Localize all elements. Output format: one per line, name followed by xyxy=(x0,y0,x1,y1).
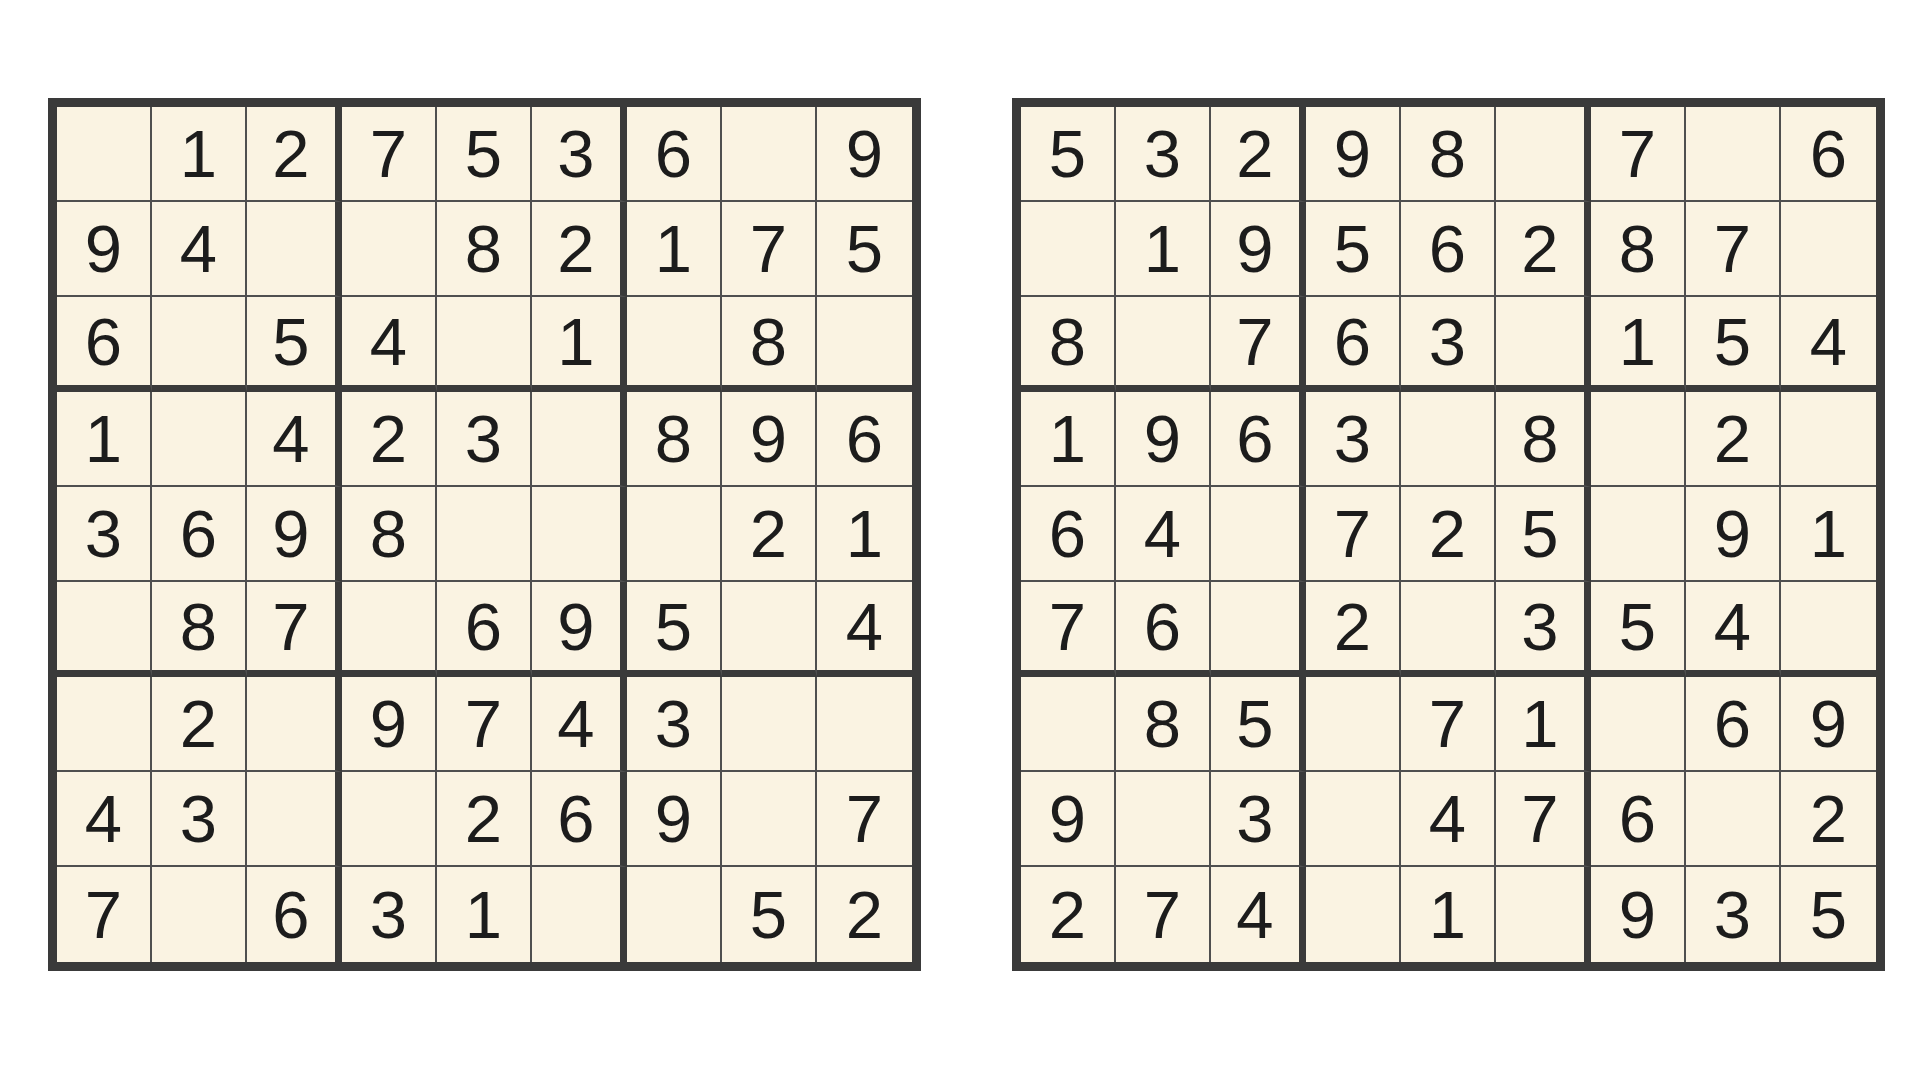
left-sudoku-cell-r5c6[interactable] xyxy=(532,487,627,582)
left-sudoku-cell-r3c6: 1 xyxy=(532,297,627,392)
right-sudoku-cell-r8c1: 9 xyxy=(1021,772,1116,867)
left-sudoku-cell-r9c7[interactable] xyxy=(627,867,722,962)
right-sudoku-cell-r7c2: 8 xyxy=(1116,677,1211,772)
right-sudoku-cell-r9c9: 5 xyxy=(1781,867,1876,962)
left-sudoku-cell-r8c9: 7 xyxy=(817,772,912,867)
right-sudoku-cell-r3c3: 7 xyxy=(1211,297,1306,392)
right-sudoku-cell-r6c7: 5 xyxy=(1591,582,1686,677)
right-sudoku-cell-r4c5[interactable] xyxy=(1401,392,1496,487)
left-sudoku-cell-r3c4: 4 xyxy=(342,297,437,392)
right-sudoku-cell-r7c7[interactable] xyxy=(1591,677,1686,772)
left-sudoku-cell-r6c3: 7 xyxy=(247,582,342,677)
left-sudoku-cell-r4c6[interactable] xyxy=(532,392,627,487)
right-sudoku-cell-r8c2[interactable] xyxy=(1116,772,1211,867)
right-sudoku-cell-r3c8: 5 xyxy=(1686,297,1781,392)
left-sudoku-cell-r6c4[interactable] xyxy=(342,582,437,677)
left-sudoku-cell-r6c6: 9 xyxy=(532,582,627,677)
right-sudoku-cell-r1c9: 6 xyxy=(1781,107,1876,202)
left-sudoku-cell-r2c1: 9 xyxy=(57,202,152,297)
left-sudoku-cell-r5c5[interactable] xyxy=(437,487,532,582)
left-sudoku-cell-r4c3: 4 xyxy=(247,392,342,487)
left-sudoku-cell-r7c9[interactable] xyxy=(817,677,912,772)
left-sudoku-cell-r3c8: 8 xyxy=(722,297,817,392)
right-sudoku-cell-r2c7: 8 xyxy=(1591,202,1686,297)
right-sudoku-cell-r2c2: 1 xyxy=(1116,202,1211,297)
left-sudoku-cell-r2c3[interactable] xyxy=(247,202,342,297)
right-sudoku-cell-r1c3: 2 xyxy=(1211,107,1306,202)
right-sudoku-cell-r2c3: 9 xyxy=(1211,202,1306,297)
left-sudoku-cell-r1c3: 2 xyxy=(247,107,342,202)
left-sudoku-cell-r1c5: 5 xyxy=(437,107,532,202)
left-sudoku-cell-r9c3: 6 xyxy=(247,867,342,962)
left-sudoku-cell-r2c7: 1 xyxy=(627,202,722,297)
right-sudoku-cell-r7c5: 7 xyxy=(1401,677,1496,772)
right-sudoku-cell-r5c1: 6 xyxy=(1021,487,1116,582)
left-sudoku-cell-r7c7: 3 xyxy=(627,677,722,772)
left-sudoku-cell-r5c2: 6 xyxy=(152,487,247,582)
sudoku-board-right: 5329876195628787631541963826472591762354… xyxy=(1012,98,1885,971)
right-sudoku-cell-r4c2: 9 xyxy=(1116,392,1211,487)
left-sudoku-cell-r2c8: 7 xyxy=(722,202,817,297)
left-sudoku-cell-r9c8: 5 xyxy=(722,867,817,962)
right-sudoku-cell-r9c4[interactable] xyxy=(1306,867,1401,962)
left-sudoku-cell-r5c9: 1 xyxy=(817,487,912,582)
right-sudoku-cell-r1c2: 3 xyxy=(1116,107,1211,202)
right-sudoku-cell-r9c2: 7 xyxy=(1116,867,1211,962)
left-sudoku-cell-r5c1: 3 xyxy=(57,487,152,582)
right-sudoku-cell-r5c8: 9 xyxy=(1686,487,1781,582)
left-sudoku-cell-r3c3: 5 xyxy=(247,297,342,392)
left-sudoku-cell-r3c9[interactable] xyxy=(817,297,912,392)
right-sudoku-cell-r6c2: 6 xyxy=(1116,582,1211,677)
right-sudoku-cell-r9c1: 2 xyxy=(1021,867,1116,962)
right-sudoku-cell-r3c7: 1 xyxy=(1591,297,1686,392)
right-sudoku-cell-r9c5: 1 xyxy=(1401,867,1496,962)
left-sudoku-cell-r1c7: 6 xyxy=(627,107,722,202)
right-sudoku-cell-r7c3: 5 xyxy=(1211,677,1306,772)
right-sudoku-cell-r8c8[interactable] xyxy=(1686,772,1781,867)
left-sudoku-cell-r9c5: 1 xyxy=(437,867,532,962)
left-sudoku-cell-r8c7: 9 xyxy=(627,772,722,867)
right-sudoku-cell-r7c1[interactable] xyxy=(1021,677,1116,772)
left-sudoku-cell-r7c2: 2 xyxy=(152,677,247,772)
sudoku-board-left: 1275369948217565418142389636982187695429… xyxy=(48,98,921,971)
left-sudoku-cell-r6c2: 8 xyxy=(152,582,247,677)
left-sudoku-cell-r6c5: 6 xyxy=(437,582,532,677)
right-sudoku-cell-r4c9[interactable] xyxy=(1781,392,1876,487)
right-sudoku-cell-r6c4: 2 xyxy=(1306,582,1401,677)
left-sudoku-cell-r5c8: 2 xyxy=(722,487,817,582)
right-sudoku-cell-r7c8: 6 xyxy=(1686,677,1781,772)
right-sudoku-cell-r8c6: 7 xyxy=(1496,772,1591,867)
right-sudoku-cell-r2c1[interactable] xyxy=(1021,202,1116,297)
right-sudoku-cell-r6c1: 7 xyxy=(1021,582,1116,677)
left-sudoku-cell-r9c9: 2 xyxy=(817,867,912,962)
right-sudoku-cell-r1c8[interactable] xyxy=(1686,107,1781,202)
right-sudoku-cell-r4c3: 6 xyxy=(1211,392,1306,487)
right-sudoku-cell-r5c9: 1 xyxy=(1781,487,1876,582)
left-sudoku-cell-r3c7[interactable] xyxy=(627,297,722,392)
left-sudoku-cell-r2c4[interactable] xyxy=(342,202,437,297)
left-sudoku-cell-r2c9: 5 xyxy=(817,202,912,297)
left-sudoku-cell-r1c1[interactable] xyxy=(57,107,152,202)
right-sudoku-cell-r4c8: 2 xyxy=(1686,392,1781,487)
left-sudoku-cell-r9c2[interactable] xyxy=(152,867,247,962)
left-sudoku-cell-r6c7: 5 xyxy=(627,582,722,677)
left-sudoku-cell-r1c8[interactable] xyxy=(722,107,817,202)
right-sudoku-cell-r9c3: 4 xyxy=(1211,867,1306,962)
right-sudoku-cell-r2c5: 6 xyxy=(1401,202,1496,297)
left-sudoku-cell-r1c4: 7 xyxy=(342,107,437,202)
right-sudoku-cell-r7c4[interactable] xyxy=(1306,677,1401,772)
right-sudoku-cell-r8c5: 4 xyxy=(1401,772,1496,867)
left-sudoku-cell-r9c6[interactable] xyxy=(532,867,627,962)
left-sudoku-cell-r5c3: 9 xyxy=(247,487,342,582)
left-sudoku-cell-r4c2[interactable] xyxy=(152,392,247,487)
left-sudoku-cell-r7c5: 7 xyxy=(437,677,532,772)
right-sudoku-cell-r1c7: 7 xyxy=(1591,107,1686,202)
left-sudoku-cell-r9c4: 3 xyxy=(342,867,437,962)
right-sudoku-cell-r8c4[interactable] xyxy=(1306,772,1401,867)
right-sudoku-cell-r6c9[interactable] xyxy=(1781,582,1876,677)
right-sudoku-cell-r4c7[interactable] xyxy=(1591,392,1686,487)
left-sudoku-cell-r7c1[interactable] xyxy=(57,677,152,772)
left-sudoku-cell-r7c3[interactable] xyxy=(247,677,342,772)
right-sudoku-cell-r9c8: 3 xyxy=(1686,867,1781,962)
right-sudoku-cell-r6c3[interactable] xyxy=(1211,582,1306,677)
right-sudoku-cell-r4c4: 3 xyxy=(1306,392,1401,487)
right-sudoku-cell-r3c4: 6 xyxy=(1306,297,1401,392)
right-sudoku-cell-r8c3: 3 xyxy=(1211,772,1306,867)
left-sudoku-cell-r8c5: 2 xyxy=(437,772,532,867)
right-sudoku-cell-r2c8: 7 xyxy=(1686,202,1781,297)
left-sudoku-cell-r6c9: 4 xyxy=(817,582,912,677)
left-sudoku-cell-r3c1: 6 xyxy=(57,297,152,392)
left-sudoku-cell-r2c6: 2 xyxy=(532,202,627,297)
left-sudoku-cell-r4c1: 1 xyxy=(57,392,152,487)
left-sudoku-cell-r4c8: 9 xyxy=(722,392,817,487)
right-sudoku-cell-r8c9: 2 xyxy=(1781,772,1876,867)
left-sudoku-cell-r1c6: 3 xyxy=(532,107,627,202)
right-sudoku-cell-r9c6[interactable] xyxy=(1496,867,1591,962)
left-sudoku-cell-r6c8[interactable] xyxy=(722,582,817,677)
right-sudoku-cell-r1c1: 5 xyxy=(1021,107,1116,202)
left-sudoku-cell-r3c2[interactable] xyxy=(152,297,247,392)
left-sudoku-cell-r8c6: 6 xyxy=(532,772,627,867)
left-sudoku-cell-r2c2: 4 xyxy=(152,202,247,297)
left-sudoku-cell-r4c9: 6 xyxy=(817,392,912,487)
left-sudoku-cell-r5c4: 8 xyxy=(342,487,437,582)
right-sudoku-cell-r3c1: 8 xyxy=(1021,297,1116,392)
right-sudoku-cell-r2c9[interactable] xyxy=(1781,202,1876,297)
left-sudoku-cell-r4c4: 2 xyxy=(342,392,437,487)
left-sudoku-cell-r8c2: 3 xyxy=(152,772,247,867)
left-sudoku-cell-r1c9: 9 xyxy=(817,107,912,202)
right-sudoku-cell-r3c2[interactable] xyxy=(1116,297,1211,392)
left-sudoku-cell-r8c3[interactable] xyxy=(247,772,342,867)
right-sudoku-cell-r6c8: 4 xyxy=(1686,582,1781,677)
left-sudoku-cell-r1c2: 1 xyxy=(152,107,247,202)
left-sudoku-cell-r8c1: 4 xyxy=(57,772,152,867)
right-sudoku-cell-r5c4: 7 xyxy=(1306,487,1401,582)
left-sudoku-cell-r8c8[interactable] xyxy=(722,772,817,867)
left-sudoku-cell-r8c4[interactable] xyxy=(342,772,437,867)
right-sudoku-cell-r5c2: 4 xyxy=(1116,487,1211,582)
sudoku-sheet: 1275369948217565418142389636982187695429… xyxy=(0,0,1920,971)
right-sudoku-cell-r6c6: 3 xyxy=(1496,582,1591,677)
left-sudoku-cell-r7c4: 9 xyxy=(342,677,437,772)
right-sudoku-cell-r5c7[interactable] xyxy=(1591,487,1686,582)
right-sudoku-cell-r1c6[interactable] xyxy=(1496,107,1591,202)
right-sudoku-cell-r5c5: 2 xyxy=(1401,487,1496,582)
left-sudoku-cell-r4c5: 3 xyxy=(437,392,532,487)
right-sudoku-cell-r7c9: 9 xyxy=(1781,677,1876,772)
left-sudoku-cell-r4c7: 8 xyxy=(627,392,722,487)
right-sudoku-cell-r8c7: 6 xyxy=(1591,772,1686,867)
right-sudoku-cell-r1c4: 9 xyxy=(1306,107,1401,202)
right-sudoku-cell-r2c6: 2 xyxy=(1496,202,1591,297)
left-sudoku-cell-r5c7[interactable] xyxy=(627,487,722,582)
left-sudoku-cell-r2c5: 8 xyxy=(437,202,532,297)
right-sudoku-cell-r3c9: 4 xyxy=(1781,297,1876,392)
right-sudoku-cell-r6c5[interactable] xyxy=(1401,582,1496,677)
left-sudoku-cell-r3c5[interactable] xyxy=(437,297,532,392)
right-sudoku-cell-r3c5: 3 xyxy=(1401,297,1496,392)
right-sudoku-cell-r5c6: 5 xyxy=(1496,487,1591,582)
left-sudoku-cell-r6c1[interactable] xyxy=(57,582,152,677)
right-sudoku-cell-r9c7: 9 xyxy=(1591,867,1686,962)
right-sudoku-cell-r4c6: 8 xyxy=(1496,392,1591,487)
right-sudoku-cell-r3c6[interactable] xyxy=(1496,297,1591,392)
left-sudoku-cell-r9c1: 7 xyxy=(57,867,152,962)
left-sudoku-cell-r7c6: 4 xyxy=(532,677,627,772)
right-sudoku-cell-r1c5: 8 xyxy=(1401,107,1496,202)
left-sudoku-cell-r7c8[interactable] xyxy=(722,677,817,772)
right-sudoku-cell-r2c4: 5 xyxy=(1306,202,1401,297)
right-sudoku-cell-r7c6: 1 xyxy=(1496,677,1591,772)
right-sudoku-cell-r5c3[interactable] xyxy=(1211,487,1306,582)
right-sudoku-cell-r4c1: 1 xyxy=(1021,392,1116,487)
